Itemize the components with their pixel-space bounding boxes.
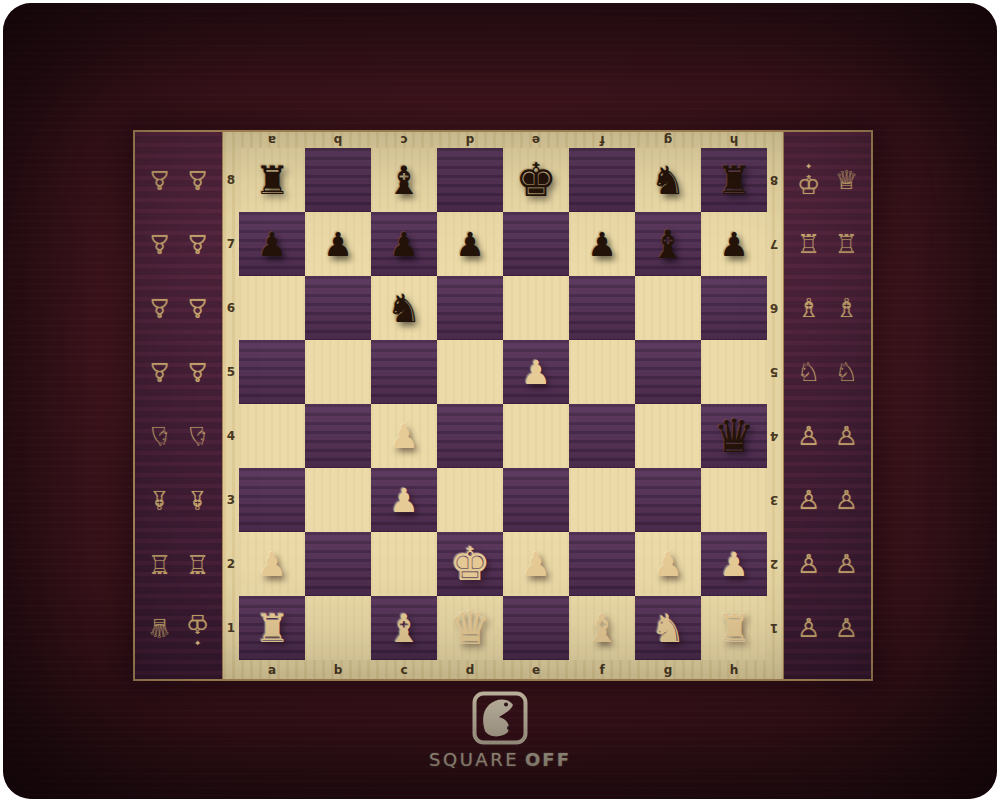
piece-black-knight-g8[interactable]: ♞	[651, 161, 686, 200]
king-star-icon: ✦	[805, 163, 812, 171]
engraved-pawn-icon: ♙	[148, 231, 171, 257]
brand-logo: SQUAREOFF	[3, 691, 997, 769]
engraved-pawn-icon: ♙	[148, 167, 171, 193]
engraved-pawn-icon: ♙	[835, 423, 858, 449]
captured-piece-panel-left: ♙♙♙♙♙♙♙♙♘♘♗♗♖♖♕✦♔	[135, 132, 222, 679]
engraved-pawn-icon: ♙	[186, 295, 209, 321]
piece-white-bishop-f1[interactable]: ♝	[585, 609, 620, 648]
piece-black-pawn-d7[interactable]: ♟	[455, 228, 485, 261]
engraved-rook-icon: ♖	[148, 551, 171, 577]
engraved-pawn-icon: ♙	[835, 615, 858, 641]
engraved-pawn-icon: ♙	[835, 487, 858, 513]
piece-black-pawn-b7[interactable]: ♟	[323, 228, 353, 261]
square-f3[interactable]	[569, 468, 635, 532]
piece-white-pawn-c4[interactable]: ♟	[389, 420, 419, 453]
square-d1[interactable]: ♛	[437, 596, 503, 660]
piece-white-pawn-a2[interactable]: ♟	[257, 548, 287, 581]
square-c1[interactable]: ♝	[371, 596, 437, 660]
engraved-pawn-icon: ♙	[835, 551, 858, 577]
rank-label-right-4: 4	[765, 404, 783, 468]
square-g7[interactable]: ♝	[635, 212, 701, 276]
right-panel-row-3: ♗♗	[784, 276, 871, 340]
engraved-rook-icon: ♖	[835, 231, 858, 257]
file-label-top-d: d	[437, 132, 503, 148]
right-panel-row-1: ✦♔♕	[784, 148, 871, 212]
rank-label-right-5: 5	[765, 340, 783, 404]
file-label-top-e: e	[503, 132, 569, 148]
rank-label-left-5: 5	[223, 340, 239, 404]
engraved-bishop-icon: ♗	[835, 295, 858, 321]
file-label-bottom-b: b	[305, 660, 371, 679]
engraved-pawn-icon: ♙	[148, 359, 171, 385]
captured-piece-panel-right: ✦♔♕♖♖♗♗♘♘♙♙♙♙♙♙♙♙	[784, 132, 871, 679]
piece-black-knight-c6[interactable]: ♞	[387, 289, 422, 328]
square-d8[interactable]	[437, 148, 503, 212]
piece-white-pawn-e5[interactable]: ♟	[521, 356, 551, 389]
left-panel-row-5: ♘♘	[135, 404, 222, 468]
piece-black-pawn-f7[interactable]: ♟	[587, 228, 617, 261]
file-label-top-c: c	[371, 132, 437, 148]
engraved-bishop-icon: ♗	[148, 487, 171, 513]
rank-labels-right: 87654321	[765, 148, 783, 660]
left-panel-row-4: ♙♙	[135, 340, 222, 404]
square-d5[interactable]	[437, 340, 503, 404]
square-d4[interactable]	[437, 404, 503, 468]
square-e4[interactable]	[503, 404, 569, 468]
square-h8[interactable]: ♜	[701, 148, 767, 212]
file-label-top-b: b	[305, 132, 371, 148]
right-panel-row-4: ♘♘	[784, 340, 871, 404]
square-c2[interactable]	[371, 532, 437, 596]
rank-label-right-1: 1	[765, 596, 783, 660]
right-panel-row-7: ♙♙	[784, 532, 871, 596]
square-b8[interactable]	[305, 148, 371, 212]
square-f6[interactable]	[569, 276, 635, 340]
square-f5[interactable]	[569, 340, 635, 404]
rank-label-right-8: 8	[765, 148, 783, 212]
file-label-top-f: f	[569, 132, 635, 148]
rank-label-right-2: 2	[765, 532, 783, 596]
engraved-pawn-icon: ♙	[186, 231, 209, 257]
king-star-icon: ✦	[194, 638, 201, 646]
piece-white-queen-d1[interactable]: ♛	[449, 605, 490, 651]
right-panel-row-8: ♙♙	[784, 596, 871, 660]
engraved-bishop-icon: ♗	[186, 487, 209, 513]
square-b2[interactable]	[305, 532, 371, 596]
square-f7[interactable]: ♟	[569, 212, 635, 276]
square-b6[interactable]	[305, 276, 371, 340]
square-c5[interactable]	[371, 340, 437, 404]
square-h1[interactable]: ♜	[701, 596, 767, 660]
file-label-bottom-h: h	[701, 660, 767, 679]
rank-label-right-6: 6	[765, 276, 783, 340]
square-h5[interactable]	[701, 340, 767, 404]
square-c6[interactable]: ♞	[371, 276, 437, 340]
square-f8[interactable]	[569, 148, 635, 212]
board-squares: ♜♝♚♞♜♟♟♟♟♟♝♟♞♟♟♛♟♟♚♟♟♟♜♝♛♝♞♜	[239, 148, 767, 660]
file-label-bottom-e: e	[503, 660, 569, 679]
rank-label-left-4: 4	[223, 404, 239, 468]
file-label-bottom-c: c	[371, 660, 437, 679]
piece-black-pawn-c7[interactable]: ♟	[389, 228, 419, 261]
right-panel-row-6: ♙♙	[784, 468, 871, 532]
square-c4[interactable]: ♟	[371, 404, 437, 468]
piece-black-queen-h4[interactable]: ♛	[713, 413, 754, 459]
piece-white-rook-h1[interactable]: ♜	[717, 609, 752, 648]
rank-label-right-7: 7	[765, 212, 783, 276]
logo-text-off: OFF	[525, 749, 571, 770]
piece-white-bishop-c1[interactable]: ♝	[387, 609, 422, 648]
engraved-rook-icon: ♖	[797, 231, 820, 257]
file-label-top-a: a	[239, 132, 305, 148]
square-e8[interactable]: ♚	[503, 148, 569, 212]
square-a3[interactable]	[239, 468, 305, 532]
left-panel-row-8: ♕✦♔	[135, 596, 222, 660]
square-d2[interactable]: ♚	[437, 532, 503, 596]
square-a8[interactable]: ♜	[239, 148, 305, 212]
square-e3[interactable]	[503, 468, 569, 532]
left-panel-row-7: ♖♖	[135, 532, 222, 596]
rank-label-left-8: 8	[223, 148, 239, 212]
engraved-rook-icon: ♖	[186, 551, 209, 577]
square-e5[interactable]: ♟	[503, 340, 569, 404]
square-c3[interactable]: ♟	[371, 468, 437, 532]
square-f1[interactable]: ♝	[569, 596, 635, 660]
square-g1[interactable]: ♞	[635, 596, 701, 660]
engraved-pawn-icon: ♙	[148, 295, 171, 321]
file-label-bottom-g: g	[635, 660, 701, 679]
square-e1[interactable]	[503, 596, 569, 660]
engraved-queen-icon: ♕	[148, 615, 171, 641]
piece-black-rook-a8[interactable]: ♜	[255, 161, 290, 200]
square-b3[interactable]	[305, 468, 371, 532]
engraved-pawn-icon: ♙	[186, 167, 209, 193]
left-panel-row-1: ♙♙	[135, 148, 222, 212]
engraved-queen-icon: ♕	[835, 167, 858, 193]
piece-white-rook-a1[interactable]: ♜	[255, 609, 290, 648]
engraved-knight-icon: ♘	[797, 359, 820, 385]
engraved-king-icon: ✦♔	[797, 163, 820, 198]
square-e2[interactable]: ♟	[503, 532, 569, 596]
engraved-bishop-icon: ♗	[797, 295, 820, 321]
engraved-pawn-icon: ♙	[797, 551, 820, 577]
file-label-top-h: h	[701, 132, 767, 148]
square-b7[interactable]: ♟	[305, 212, 371, 276]
engraved-pawn-icon: ♙	[797, 423, 820, 449]
square-d3[interactable]	[437, 468, 503, 532]
piece-white-pawn-c3[interactable]: ♟	[389, 484, 419, 517]
square-h3[interactable]	[701, 468, 767, 532]
square-b5[interactable]	[305, 340, 371, 404]
square-b1[interactable]	[305, 596, 371, 660]
square-a2[interactable]: ♟	[239, 532, 305, 596]
piece-black-rook-h8[interactable]: ♜	[717, 161, 752, 200]
square-h7[interactable]: ♟	[701, 212, 767, 276]
piece-black-bishop-c8[interactable]: ♝	[387, 161, 422, 200]
rank-label-left-2: 2	[223, 532, 239, 596]
engraved-knight-icon: ♘	[186, 423, 209, 449]
left-panel-engravings: ♙♙♙♙♙♙♙♙♘♘♗♗♖♖♕✦♔	[135, 148, 222, 660]
square-e7[interactable]	[503, 212, 569, 276]
rank-label-left-1: 1	[223, 596, 239, 660]
square-h6[interactable]	[701, 276, 767, 340]
square-a4[interactable]	[239, 404, 305, 468]
file-label-bottom-a: a	[239, 660, 305, 679]
piece-white-pawn-h2[interactable]: ♟	[719, 548, 749, 581]
engraved-king-icon: ✦♔	[186, 611, 209, 646]
piece-white-knight-g1[interactable]: ♞	[651, 609, 686, 648]
chess-board: abcdefgh 87654321 ♜♝♚♞♜♟♟♟♟♟♝♟♞♟♟♛♟♟♚♟♟♟…	[222, 132, 784, 679]
square-h4[interactable]: ♛	[701, 404, 767, 468]
square-g8[interactable]: ♞	[635, 148, 701, 212]
file-label-bottom-d: d	[437, 660, 503, 679]
piece-black-bishop-g7[interactable]: ♝	[651, 225, 686, 264]
square-f4[interactable]	[569, 404, 635, 468]
square-g2[interactable]: ♟	[635, 532, 701, 596]
logo-text-square: SQUARE	[429, 749, 519, 770]
right-panel-engravings: ✦♔♕♖♖♗♗♘♘♙♙♙♙♙♙♙♙	[784, 148, 871, 660]
file-labels-bottom: abcdefgh	[239, 660, 767, 679]
file-label-top-g: g	[635, 132, 701, 148]
square-a5[interactable]	[239, 340, 305, 404]
file-label-bottom-f: f	[569, 660, 635, 679]
square-a6[interactable]	[239, 276, 305, 340]
square-g4[interactable]	[635, 404, 701, 468]
square-e6[interactable]	[503, 276, 569, 340]
piece-black-pawn-a7[interactable]: ♟	[257, 228, 287, 261]
square-a7[interactable]: ♟	[239, 212, 305, 276]
engraved-knight-icon: ♘	[835, 359, 858, 385]
piece-black-king-e8[interactable]: ♚	[515, 157, 556, 203]
square-g3[interactable]	[635, 468, 701, 532]
brand-logo-text: SQUAREOFF	[429, 751, 571, 769]
square-a1[interactable]: ♜	[239, 596, 305, 660]
engraved-pawn-icon: ♙	[186, 359, 209, 385]
rank-labels-left: 87654321	[223, 148, 239, 660]
square-d7[interactable]: ♟	[437, 212, 503, 276]
square-g5[interactable]	[635, 340, 701, 404]
rank-label-right-3: 3	[765, 468, 783, 532]
square-g6[interactable]	[635, 276, 701, 340]
wooden-board-surface: ♙♙♙♙♙♙♙♙♘♘♗♗♖♖♕✦♔ abcdefgh 87654321 ♜♝♚♞…	[3, 3, 997, 799]
left-panel-row-3: ♙♙	[135, 276, 222, 340]
left-panel-row-6: ♗♗	[135, 468, 222, 532]
engraved-pawn-icon: ♙	[797, 487, 820, 513]
right-panel-row-2: ♖♖	[784, 212, 871, 276]
square-c8[interactable]: ♝	[371, 148, 437, 212]
right-panel-row-5: ♙♙	[784, 404, 871, 468]
rank-label-left-3: 3	[223, 468, 239, 532]
square-c7[interactable]: ♟	[371, 212, 437, 276]
square-b4[interactable]	[305, 404, 371, 468]
chess-module: ♙♙♙♙♙♙♙♙♘♘♗♗♖♖♕✦♔ abcdefgh 87654321 ♜♝♚♞…	[133, 130, 873, 681]
square-f2[interactable]	[569, 532, 635, 596]
piece-black-pawn-h7[interactable]: ♟	[719, 228, 749, 261]
piece-white-pawn-e2[interactable]: ♟	[521, 548, 551, 581]
engraved-pawn-icon: ♙	[797, 615, 820, 641]
rank-label-left-6: 6	[223, 276, 239, 340]
file-labels-top: abcdefgh	[239, 132, 767, 148]
double-knight-logo-icon	[472, 691, 528, 745]
piece-white-king-d2[interactable]: ♚	[449, 541, 490, 587]
square-h2[interactable]: ♟	[701, 532, 767, 596]
rank-label-left-7: 7	[223, 212, 239, 276]
engraved-knight-icon: ♘	[148, 423, 171, 449]
square-d6[interactable]	[437, 276, 503, 340]
left-panel-row-2: ♙♙	[135, 212, 222, 276]
piece-white-pawn-g2[interactable]: ♟	[653, 548, 683, 581]
